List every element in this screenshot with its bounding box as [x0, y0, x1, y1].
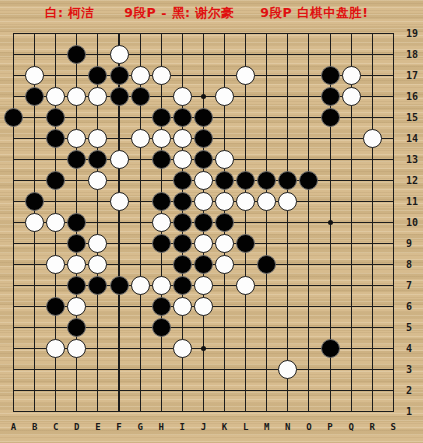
stone-black: [152, 234, 171, 253]
row-label: 14: [406, 133, 423, 144]
column-label: M: [260, 422, 274, 432]
stone-white: [215, 87, 234, 106]
stone-black: [131, 87, 150, 106]
stone-white: [173, 297, 192, 316]
column-label: C: [49, 422, 63, 432]
stone-black: [173, 192, 192, 211]
stone-white: [236, 192, 255, 211]
white-player-rank: 9段P: [124, 5, 156, 22]
stone-black: [236, 234, 255, 253]
stone-black: [194, 150, 213, 169]
row-label: 16: [406, 91, 423, 102]
column-label: D: [70, 422, 84, 432]
black-player-label: 黑: 谢尔豪: [172, 5, 234, 22]
stone-white: [215, 192, 234, 211]
stone-white: [25, 66, 44, 85]
stone-black: [173, 171, 192, 190]
stone-black: [152, 192, 171, 211]
star-point: [201, 346, 206, 351]
stone-black: [152, 150, 171, 169]
stone-black: [152, 297, 171, 316]
stone-black: [194, 108, 213, 127]
column-label: Q: [344, 422, 358, 432]
column-label: R: [365, 422, 379, 432]
game-result: 白棋中盘胜!: [297, 5, 368, 22]
stone-white: [342, 87, 361, 106]
stone-black: [321, 339, 340, 358]
stone-white: [131, 66, 150, 85]
stone-white: [194, 171, 213, 190]
row-label: 15: [406, 112, 423, 123]
star-point: [328, 220, 333, 225]
row-label: 13: [406, 154, 423, 165]
column-label: L: [239, 422, 253, 432]
stone-white: [236, 276, 255, 295]
stone-white: [173, 339, 192, 358]
stone-black: [173, 255, 192, 274]
column-label: K: [218, 422, 232, 432]
column-label: B: [28, 422, 42, 432]
stone-black: [4, 108, 23, 127]
stone-white: [194, 192, 213, 211]
row-label: 11: [406, 196, 423, 207]
stone-white: [25, 213, 44, 232]
row-label: 12: [406, 175, 423, 186]
column-label: F: [112, 422, 126, 432]
row-label: 3: [406, 364, 423, 375]
row-label: 9: [406, 238, 423, 249]
stone-black: [25, 192, 44, 211]
stone-white: [215, 150, 234, 169]
stone-black: [173, 276, 192, 295]
game-info-header: 白: 柯洁 9段P - 黑: 谢尔豪 9段P 白棋中盘胜!: [0, 0, 423, 26]
stone-white: [173, 87, 192, 106]
stone-white: [194, 276, 213, 295]
stone-black: [110, 66, 129, 85]
stone-white: [152, 213, 171, 232]
stone-black: [152, 318, 171, 337]
row-label: 5: [406, 322, 423, 333]
row-label: 1: [406, 406, 423, 417]
column-label: H: [154, 422, 168, 432]
column-label: A: [7, 422, 21, 432]
stone-white: [110, 192, 129, 211]
stone-black: [194, 129, 213, 148]
stone-white: [110, 45, 129, 64]
stone-black: [173, 234, 192, 253]
column-label: I: [175, 422, 189, 432]
stone-white: [363, 129, 382, 148]
white-player-label: 白: 柯洁: [45, 5, 94, 22]
stone-white: [194, 234, 213, 253]
players-separator: -: [161, 6, 167, 21]
row-label: 2: [406, 385, 423, 396]
row-label: 4: [406, 343, 423, 354]
stone-black: [215, 213, 234, 232]
stone-white: [194, 297, 213, 316]
column-label: S: [386, 422, 400, 432]
column-label: N: [281, 422, 295, 432]
row-label: 19: [406, 28, 423, 39]
column-label: G: [133, 422, 147, 432]
stone-black: [110, 276, 129, 295]
stone-white: [215, 234, 234, 253]
stone-black: [321, 66, 340, 85]
stone-black: [194, 255, 213, 274]
stone-black: [25, 87, 44, 106]
column-label: J: [196, 422, 210, 432]
stone-black: [173, 108, 192, 127]
star-point: [201, 94, 206, 99]
stone-black: [236, 171, 255, 190]
stone-white: [173, 129, 192, 148]
column-label: P: [323, 422, 337, 432]
black-player-rank: 9段P: [260, 5, 292, 22]
row-label: 8: [406, 259, 423, 270]
stone-white: [110, 150, 129, 169]
stone-black: [173, 213, 192, 232]
column-label: E: [91, 422, 105, 432]
stone-black: [215, 171, 234, 190]
stone-black: [110, 87, 129, 106]
row-label: 17: [406, 70, 423, 81]
stone-white: [342, 66, 361, 85]
row-label: 6: [406, 301, 423, 312]
stone-white: [152, 66, 171, 85]
column-label: O: [302, 422, 316, 432]
stone-black: [321, 87, 340, 106]
row-label: 10: [406, 217, 423, 228]
go-game-screen: { "game": "go", "board_size": 19, "heade…: [0, 0, 423, 443]
row-label: 18: [406, 49, 423, 60]
stone-black: [321, 108, 340, 127]
row-label: 7: [406, 280, 423, 291]
stone-white: [152, 129, 171, 148]
stone-white: [236, 66, 255, 85]
stone-white: [215, 255, 234, 274]
stone-white: [131, 129, 150, 148]
stone-black: [152, 108, 171, 127]
stone-black: [194, 213, 213, 232]
stone-white: [131, 276, 150, 295]
stone-white: [152, 276, 171, 295]
go-board[interactable]: ABCDEFGHIJKLMNOPQRS 19181716151413121110…: [0, 26, 423, 443]
stone-white: [173, 150, 192, 169]
